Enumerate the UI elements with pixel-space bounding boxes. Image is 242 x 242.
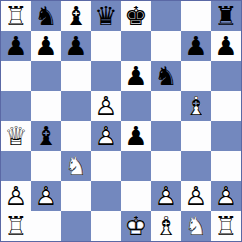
square-a3[interactable]: [1, 151, 31, 181]
square-e7[interactable]: [121, 31, 151, 61]
square-h3[interactable]: [211, 151, 241, 181]
square-d3[interactable]: [91, 151, 121, 181]
piece-outline-layer: ♖: [211, 211, 241, 241]
square-h4[interactable]: [211, 121, 241, 151]
piece-outline-layer: ♙: [1, 181, 31, 211]
square-e4[interactable]: ♟: [121, 121, 151, 151]
square-b5[interactable]: [31, 91, 61, 121]
piece-outline-layer: ♖: [1, 1, 31, 31]
square-c5[interactable]: [61, 91, 91, 121]
piece-white-rook-h1[interactable]: ♜♖: [211, 211, 241, 241]
square-e6[interactable]: ♟: [121, 61, 151, 91]
piece-black-pawn-a7[interactable]: ♟: [1, 31, 31, 61]
piece-outline-layer: ♖: [1, 211, 31, 241]
square-a1[interactable]: ♜♖: [1, 211, 31, 241]
square-d8[interactable]: ♛: [91, 1, 121, 31]
square-d2[interactable]: [91, 181, 121, 211]
square-g7[interactable]: ♟: [181, 31, 211, 61]
square-h7[interactable]: ♟: [211, 31, 241, 61]
piece-white-queen-a4[interactable]: ♛♕: [1, 121, 31, 151]
square-a7[interactable]: ♟: [1, 31, 31, 61]
piece-black-pawn-h7[interactable]: ♟: [211, 31, 241, 61]
square-f7[interactable]: [151, 31, 181, 61]
square-c6[interactable]: [61, 61, 91, 91]
square-d1[interactable]: [91, 211, 121, 241]
square-a5[interactable]: [1, 91, 31, 121]
square-h8[interactable]: ♜: [211, 1, 241, 31]
piece-outline-layer: ♗: [151, 211, 181, 241]
piece-outline-layer: ♕: [1, 121, 31, 151]
piece-outline-layer: ♙: [151, 181, 181, 211]
square-c8[interactable]: ♝: [61, 1, 91, 31]
square-g8[interactable]: [181, 1, 211, 31]
square-e1[interactable]: ♚♔: [121, 211, 151, 241]
square-h2[interactable]: ♟♙: [211, 181, 241, 211]
piece-black-pawn-g7[interactable]: ♟: [181, 31, 211, 61]
square-a8[interactable]: ♜♖: [1, 1, 31, 31]
square-f2[interactable]: ♟♙: [151, 181, 181, 211]
piece-outline-layer: ♘: [61, 151, 91, 181]
square-c3[interactable]: ♞♘: [61, 151, 91, 181]
square-b1[interactable]: [31, 211, 61, 241]
square-a4[interactable]: ♛♕: [1, 121, 31, 151]
square-h5[interactable]: [211, 91, 241, 121]
piece-white-pawn-f2[interactable]: ♟♙: [151, 181, 181, 211]
piece-outline-layer: ♗: [181, 91, 211, 121]
square-b7[interactable]: ♟: [31, 31, 61, 61]
piece-white-knight-c3[interactable]: ♞♘: [61, 151, 91, 181]
square-c1[interactable]: [61, 211, 91, 241]
piece-white-rook-a8[interactable]: ♜♖: [1, 1, 31, 31]
piece-black-pawn-e4[interactable]: ♟: [121, 121, 151, 151]
square-f3[interactable]: [151, 151, 181, 181]
square-d6[interactable]: [91, 61, 121, 91]
chess-board: ♜♖♞♝♛♚♜♟♟♟♟♟♟♞♟♙♝♗♛♕♝♟♙♟♞♘♟♙♟♙♟♙♟♙♟♙♜♖♚♔…: [0, 0, 242, 242]
piece-white-pawn-h2[interactable]: ♟♙: [211, 181, 241, 211]
piece-white-bishop-f1[interactable]: ♝♗: [151, 211, 181, 241]
square-a6[interactable]: [1, 61, 31, 91]
square-f4[interactable]: [151, 121, 181, 151]
square-g5[interactable]: ♝♗: [181, 91, 211, 121]
piece-white-bishop-g5[interactable]: ♝♗: [181, 91, 211, 121]
piece-white-pawn-b2[interactable]: ♟♙: [31, 181, 61, 211]
square-b8[interactable]: ♞: [31, 1, 61, 31]
piece-outline-layer: ♘: [181, 211, 211, 241]
piece-black-pawn-c7[interactable]: ♟: [61, 31, 91, 61]
square-b2[interactable]: ♟♙: [31, 181, 61, 211]
piece-outline-layer: ♙: [91, 91, 121, 121]
piece-black-king-e8[interactable]: ♚: [121, 1, 151, 31]
piece-outline-layer: ♙: [31, 181, 61, 211]
square-d5[interactable]: ♟♙: [91, 91, 121, 121]
square-f6[interactable]: ♞: [151, 61, 181, 91]
square-b3[interactable]: [31, 151, 61, 181]
square-g1[interactable]: ♞♘: [181, 211, 211, 241]
piece-outline-layer: ♙: [181, 181, 211, 211]
square-f5[interactable]: [151, 91, 181, 121]
piece-white-pawn-g2[interactable]: ♟♙: [181, 181, 211, 211]
piece-white-rook-a1[interactable]: ♜♖: [1, 211, 31, 241]
piece-white-pawn-d4[interactable]: ♟♙: [91, 121, 121, 151]
square-e8[interactable]: ♚: [121, 1, 151, 31]
piece-outline-layer: ♙: [91, 121, 121, 151]
square-g2[interactable]: ♟♙: [181, 181, 211, 211]
piece-black-bishop-b4[interactable]: ♝: [31, 121, 61, 151]
piece-black-pawn-b7[interactable]: ♟: [31, 31, 61, 61]
square-f8[interactable]: [151, 1, 181, 31]
piece-black-rook-h8[interactable]: ♜: [211, 1, 241, 31]
piece-white-pawn-a2[interactable]: ♟♙: [1, 181, 31, 211]
square-d4[interactable]: ♟♙: [91, 121, 121, 151]
piece-black-knight-b8[interactable]: ♞: [31, 1, 61, 31]
square-b6[interactable]: [31, 61, 61, 91]
piece-black-knight-f6[interactable]: ♞: [151, 61, 181, 91]
piece-black-queen-d8[interactable]: ♛: [91, 1, 121, 31]
square-h6[interactable]: [211, 61, 241, 91]
square-g6[interactable]: [181, 61, 211, 91]
square-e5[interactable]: [121, 91, 151, 121]
square-e3[interactable]: [121, 151, 151, 181]
piece-white-knight-g1[interactable]: ♞♘: [181, 211, 211, 241]
square-g3[interactable]: [181, 151, 211, 181]
piece-outline-layer: ♙: [211, 181, 241, 211]
square-c7[interactable]: ♟: [61, 31, 91, 61]
square-c4[interactable]: [61, 121, 91, 151]
square-g4[interactable]: [181, 121, 211, 151]
square-a2[interactable]: ♟♙: [1, 181, 31, 211]
square-b4[interactable]: ♝: [31, 121, 61, 151]
piece-outline-layer: ♔: [121, 211, 151, 241]
square-c2[interactable]: [61, 181, 91, 211]
square-h1[interactable]: ♜♖: [211, 211, 241, 241]
piece-black-bishop-c8[interactable]: ♝: [61, 1, 91, 31]
square-f1[interactable]: ♝♗: [151, 211, 181, 241]
piece-white-king-e1[interactable]: ♚♔: [121, 211, 151, 241]
piece-black-pawn-e6[interactable]: ♟: [121, 61, 151, 91]
square-e2[interactable]: [121, 181, 151, 211]
piece-white-pawn-d5[interactable]: ♟♙: [91, 91, 121, 121]
square-d7[interactable]: [91, 31, 121, 61]
